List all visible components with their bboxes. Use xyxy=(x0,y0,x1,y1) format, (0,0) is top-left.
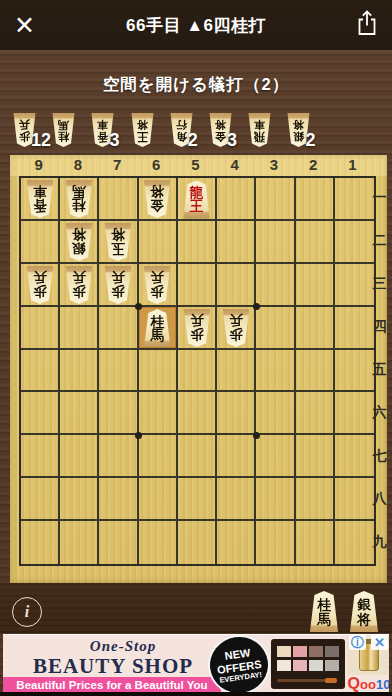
board-cell xyxy=(99,178,138,221)
ad-banner[interactable]: One-Stop BEAUTY SHOP Beautiful Prices fo… xyxy=(3,634,389,693)
board-cell xyxy=(256,221,295,264)
board-cell xyxy=(335,350,374,393)
board-cell xyxy=(21,435,60,478)
board-cell xyxy=(139,478,178,521)
lesson-title: 空間を開ける犠打（2） xyxy=(0,74,392,96)
ad-offer-badge: NEW OFFERS EVERYDAY! xyxy=(204,634,274,693)
hand-piece: 王将 xyxy=(130,113,155,147)
qoo10-logo-oo: oo xyxy=(360,677,376,692)
eyeshadow-swatch xyxy=(325,646,339,657)
rank-label: 八 xyxy=(372,490,387,508)
piece-kanji: 桂 xyxy=(72,199,86,213)
piece-kanji: 将 xyxy=(111,228,125,242)
adchoices-icon[interactable]: ⓘ xyxy=(349,635,366,650)
file-label: 1 xyxy=(337,156,367,173)
eyeshadow-swatch xyxy=(309,660,323,671)
piece-kanji: 兵 xyxy=(190,314,204,328)
board-cell xyxy=(296,221,335,264)
board-cell xyxy=(178,264,217,307)
board-cell xyxy=(139,221,178,264)
piece-kanji: 馬 xyxy=(72,185,86,199)
board-cell xyxy=(139,521,178,564)
qoo10-logo-10: 10 xyxy=(376,677,389,692)
piece-kanji: 将 xyxy=(215,118,226,130)
board-cell xyxy=(99,435,138,478)
board-cell xyxy=(217,435,256,478)
board-cell xyxy=(217,392,256,435)
board-cell xyxy=(256,435,295,478)
board-cell xyxy=(21,521,60,564)
piece-kanji: 銀 xyxy=(293,130,304,142)
piece-kanji: 桂 xyxy=(151,314,165,328)
board-cell xyxy=(256,350,295,393)
board-cell xyxy=(335,307,374,350)
board-cell xyxy=(256,307,295,350)
board-cell xyxy=(296,435,335,478)
piece-kanji: 歩 xyxy=(190,328,204,342)
ad-headline-2: BEAUTY SHOP xyxy=(3,654,223,679)
board-cell xyxy=(217,478,256,521)
board-cell xyxy=(60,521,99,564)
hoshi-dot xyxy=(253,303,260,310)
board-cell xyxy=(335,221,374,264)
piece-kanji: 歩 xyxy=(33,285,47,299)
piece-kanji: 歩 xyxy=(72,285,86,299)
qoo10-logo-q: Q xyxy=(348,675,360,692)
piece-kanji: 将 xyxy=(72,228,86,242)
makeup-brush-tip xyxy=(325,678,337,683)
board-cell xyxy=(60,478,99,521)
board-cell xyxy=(178,221,217,264)
piece-kanji: 王 xyxy=(137,130,148,142)
piece-kanji: 香 xyxy=(97,130,108,142)
rank-label: 五 xyxy=(372,361,387,379)
board-cell xyxy=(99,307,138,350)
board-cell xyxy=(99,350,138,393)
piece-kanji: 玉 xyxy=(111,242,125,256)
board-cell xyxy=(335,392,374,435)
file-label: 2 xyxy=(298,156,328,173)
hand-piece-count: 3 xyxy=(227,130,237,151)
board-cell xyxy=(99,521,138,564)
title-bar: ✕ 66手目 ▲6四桂打 xyxy=(0,0,392,50)
board-cell xyxy=(296,178,335,221)
board-cell xyxy=(178,478,217,521)
board-cell xyxy=(99,478,138,521)
eyeshadow-swatch xyxy=(277,660,291,671)
board-cell xyxy=(296,521,335,564)
board-cell xyxy=(256,392,295,435)
board-cell xyxy=(60,350,99,393)
ad-close-icon[interactable]: ✕ xyxy=(371,635,388,650)
board-cell xyxy=(256,521,295,564)
hoshi-dot xyxy=(135,432,142,439)
hand-piece-count: 2 xyxy=(305,130,315,151)
page-title: 66手目 ▲6四桂打 xyxy=(0,14,392,37)
piece-kanji: 桂 xyxy=(58,130,69,142)
piece-kanji: 歩 xyxy=(19,130,30,142)
board-cell xyxy=(139,392,178,435)
rank-label: 四 xyxy=(372,318,387,336)
shogi-board-panel: 987654321一二三四五六七八九 香車桂馬金将龍王銀将玉将歩兵歩兵歩兵歩兵桂… xyxy=(10,155,387,583)
piece-kanji: 兵 xyxy=(151,271,165,285)
board-cell xyxy=(217,521,256,564)
eyeshadow-swatch xyxy=(293,660,307,671)
rank-label: 一 xyxy=(372,189,387,207)
makeup-brush-image xyxy=(277,679,329,682)
piece-kanji: 将 xyxy=(137,118,148,130)
piece-kanji: 金 xyxy=(151,199,165,213)
piece-kanji: 歩 xyxy=(229,328,243,342)
piece-kanji: 銀 xyxy=(357,597,371,611)
piece-kanji: 車 xyxy=(254,118,265,130)
info-button[interactable]: i xyxy=(12,597,42,627)
piece-kanji: 兵 xyxy=(72,271,86,285)
piece-kanji: 桂 xyxy=(317,597,331,611)
board-cell xyxy=(296,350,335,393)
qoo10-logo: Qoo10 xyxy=(347,675,389,693)
piece-kanji: 兵 xyxy=(33,271,47,285)
file-label: 3 xyxy=(259,156,289,173)
board-cell xyxy=(335,178,374,221)
piece-kanji: 歩 xyxy=(151,285,165,299)
piece-kanji: 銀 xyxy=(72,242,86,256)
board-cell xyxy=(178,521,217,564)
eyeshadow-swatch xyxy=(293,646,307,657)
board-cell xyxy=(178,350,217,393)
file-label: 9 xyxy=(24,156,54,173)
board-cell xyxy=(335,478,374,521)
hand-piece-count: 12 xyxy=(31,130,51,151)
info-icon: i xyxy=(25,603,29,621)
eyeshadow-swatch xyxy=(277,646,291,657)
board-cell xyxy=(217,221,256,264)
hand-piece: 桂馬 xyxy=(51,113,76,147)
eyeshadow-swatch xyxy=(309,646,323,657)
piece-kanji: 兵 xyxy=(111,271,125,285)
board-cell xyxy=(256,478,295,521)
board-cell xyxy=(256,178,295,221)
board-cell xyxy=(178,392,217,435)
piece-kanji: 龍 xyxy=(190,185,204,199)
piece-kanji: 香 xyxy=(33,199,47,213)
board-cell xyxy=(256,264,295,307)
ad-headline-1: One-Stop xyxy=(33,638,213,655)
rank-label: 二 xyxy=(372,232,387,250)
piece-kanji: 車 xyxy=(33,185,47,199)
board-cell xyxy=(296,264,335,307)
file-label: 5 xyxy=(181,156,211,173)
piece-kanji: 将 xyxy=(151,185,165,199)
board-cell xyxy=(21,221,60,264)
board-cell xyxy=(296,307,335,350)
piece-kanji: 角 xyxy=(176,130,187,142)
board-cell xyxy=(296,478,335,521)
board-cell xyxy=(217,178,256,221)
rank-label: 七 xyxy=(372,447,387,465)
board-cell xyxy=(21,307,60,350)
hand-piece-count: 2 xyxy=(188,130,198,151)
piece-kanji: 行 xyxy=(176,118,187,130)
board-cell xyxy=(21,350,60,393)
board-cell xyxy=(178,435,217,478)
board-cell xyxy=(335,521,374,564)
piece-kanji: 馬 xyxy=(58,118,69,130)
board-cell xyxy=(99,392,138,435)
board-cell xyxy=(21,392,60,435)
hoshi-dot xyxy=(253,432,260,439)
eyeshadow-swatch xyxy=(325,660,339,671)
piece-kanji: 兵 xyxy=(19,118,30,130)
piece-kanji: 飛 xyxy=(254,130,265,142)
board-cell xyxy=(21,478,60,521)
rank-label: 六 xyxy=(372,404,387,422)
file-label: 4 xyxy=(220,156,250,173)
board-cell xyxy=(335,435,374,478)
rank-label: 九 xyxy=(372,533,387,551)
rank-label: 三 xyxy=(372,275,387,293)
board-cell xyxy=(296,392,335,435)
hand-piece-count: 3 xyxy=(109,130,119,151)
board-cell xyxy=(335,264,374,307)
file-label: 8 xyxy=(63,156,93,173)
board-cell xyxy=(139,350,178,393)
board-cell xyxy=(60,307,99,350)
piece-kanji: 将 xyxy=(293,118,304,130)
file-label: 6 xyxy=(141,156,171,173)
piece-kanji: 兵 xyxy=(229,314,243,328)
file-label: 7 xyxy=(102,156,132,173)
piece-kanji: 歩 xyxy=(111,285,125,299)
board-cell xyxy=(139,435,178,478)
board-cell xyxy=(217,350,256,393)
piece-kanji: 馬 xyxy=(317,612,331,626)
piece-kanji: 車 xyxy=(97,118,108,130)
piece-kanji: 将 xyxy=(357,612,371,626)
piece-kanji: 金 xyxy=(215,130,226,142)
ad-tagline: Beautiful Prices for a Beautiful You xyxy=(3,677,221,693)
hand-piece: 飛車 xyxy=(247,113,272,147)
bottom-edge xyxy=(0,692,392,696)
board-cell xyxy=(60,435,99,478)
board-cell xyxy=(217,264,256,307)
piece-kanji: 馬 xyxy=(151,328,165,342)
piece-kanji: 王 xyxy=(190,199,204,213)
board-cell xyxy=(60,392,99,435)
